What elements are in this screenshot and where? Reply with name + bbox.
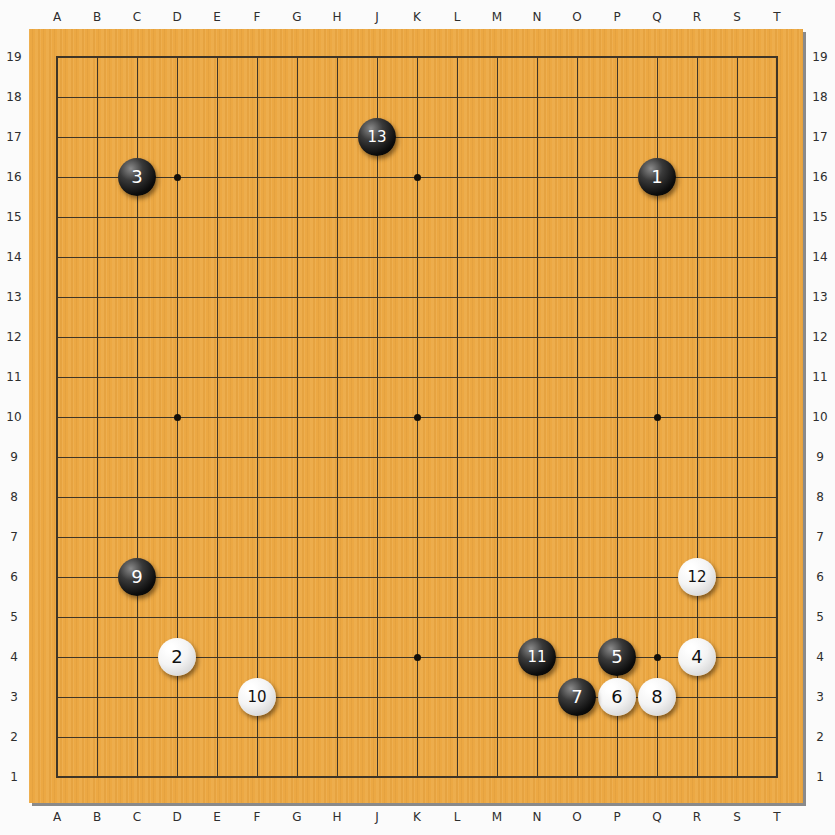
intersection-S14[interactable]: [717, 237, 757, 277]
intersection-H9[interactable]: [317, 437, 357, 477]
intersection-Q17[interactable]: [637, 117, 677, 157]
intersection-P1[interactable]: [597, 757, 637, 797]
intersection-D8[interactable]: [157, 477, 197, 517]
intersection-Q4[interactable]: [637, 637, 677, 677]
intersection-Q10[interactable]: [637, 397, 677, 437]
intersection-L18[interactable]: [437, 77, 477, 117]
intersection-G9[interactable]: [277, 437, 317, 477]
intersection-J4[interactable]: [357, 637, 397, 677]
stone-10-white-F3[interactable]: 10: [238, 678, 276, 716]
intersection-Q1[interactable]: [637, 757, 677, 797]
intersection-R14[interactable]: [677, 237, 717, 277]
intersection-P9[interactable]: [597, 437, 637, 477]
intersection-J2[interactable]: [357, 717, 397, 757]
intersection-J3[interactable]: [357, 677, 397, 717]
intersection-G18[interactable]: [277, 77, 317, 117]
intersection-A2[interactable]: [37, 717, 77, 757]
intersection-N16[interactable]: [517, 157, 557, 197]
intersection-T8[interactable]: [757, 477, 797, 517]
intersection-H13[interactable]: [317, 277, 357, 317]
intersection-R7[interactable]: [677, 517, 717, 557]
intersection-S12[interactable]: [717, 317, 757, 357]
intersection-L9[interactable]: [437, 437, 477, 477]
intersection-L15[interactable]: [437, 197, 477, 237]
intersection-S4[interactable]: [717, 637, 757, 677]
intersection-B16[interactable]: [77, 157, 117, 197]
intersection-N7[interactable]: [517, 517, 557, 557]
intersection-A7[interactable]: [37, 517, 77, 557]
intersection-D1[interactable]: [157, 757, 197, 797]
intersection-C11[interactable]: [117, 357, 157, 397]
intersection-H1[interactable]: [317, 757, 357, 797]
intersection-R16[interactable]: [677, 157, 717, 197]
intersection-L19[interactable]: [437, 37, 477, 77]
intersection-M3[interactable]: [477, 677, 517, 717]
intersection-T15[interactable]: [757, 197, 797, 237]
intersection-F18[interactable]: [237, 77, 277, 117]
intersection-G17[interactable]: [277, 117, 317, 157]
intersection-E6[interactable]: [197, 557, 237, 597]
stone-2-white-D4[interactable]: 2: [158, 638, 196, 676]
intersection-H4[interactable]: [317, 637, 357, 677]
intersection-G12[interactable]: [277, 317, 317, 357]
intersection-Q6[interactable]: [637, 557, 677, 597]
intersection-D13[interactable]: [157, 277, 197, 317]
intersection-J12[interactable]: [357, 317, 397, 357]
stone-7-black-O3[interactable]: 7: [558, 678, 596, 716]
intersection-C18[interactable]: [117, 77, 157, 117]
intersection-R12[interactable]: [677, 317, 717, 357]
intersection-N18[interactable]: [517, 77, 557, 117]
intersection-T5[interactable]: [757, 597, 797, 637]
intersection-K3[interactable]: [397, 677, 437, 717]
intersection-P12[interactable]: [597, 317, 637, 357]
intersection-D15[interactable]: [157, 197, 197, 237]
intersection-G8[interactable]: [277, 477, 317, 517]
intersection-F12[interactable]: [237, 317, 277, 357]
intersection-D17[interactable]: [157, 117, 197, 157]
intersection-K2[interactable]: [397, 717, 437, 757]
intersection-M15[interactable]: [477, 197, 517, 237]
intersection-J10[interactable]: [357, 397, 397, 437]
intersection-L7[interactable]: [437, 517, 477, 557]
intersection-Q9[interactable]: [637, 437, 677, 477]
intersection-C12[interactable]: [117, 317, 157, 357]
intersection-K16[interactable]: [397, 157, 437, 197]
intersection-D7[interactable]: [157, 517, 197, 557]
intersection-J11[interactable]: [357, 357, 397, 397]
intersection-L8[interactable]: [437, 477, 477, 517]
intersection-C7[interactable]: [117, 517, 157, 557]
intersection-K10[interactable]: [397, 397, 437, 437]
intersection-M17[interactable]: [477, 117, 517, 157]
intersection-R8[interactable]: [677, 477, 717, 517]
intersection-E14[interactable]: [197, 237, 237, 277]
intersection-K18[interactable]: [397, 77, 437, 117]
intersection-F9[interactable]: [237, 437, 277, 477]
stone-6-white-P3[interactable]: 6: [598, 678, 636, 716]
intersection-H14[interactable]: [317, 237, 357, 277]
intersection-R2[interactable]: [677, 717, 717, 757]
intersection-K8[interactable]: [397, 477, 437, 517]
intersection-Q14[interactable]: [637, 237, 677, 277]
intersection-R19[interactable]: [677, 37, 717, 77]
intersection-M14[interactable]: [477, 237, 517, 277]
intersection-K4[interactable]: [397, 637, 437, 677]
intersection-M13[interactable]: [477, 277, 517, 317]
intersection-D18[interactable]: [157, 77, 197, 117]
intersection-M16[interactable]: [477, 157, 517, 197]
intersection-K11[interactable]: [397, 357, 437, 397]
intersection-Q15[interactable]: [637, 197, 677, 237]
intersection-B12[interactable]: [77, 317, 117, 357]
intersection-Q7[interactable]: [637, 517, 677, 557]
intersection-Q5[interactable]: [637, 597, 677, 637]
intersection-M5[interactable]: [477, 597, 517, 637]
intersection-M9[interactable]: [477, 437, 517, 477]
intersection-S6[interactable]: [717, 557, 757, 597]
intersection-K7[interactable]: [397, 517, 437, 557]
intersection-P13[interactable]: [597, 277, 637, 317]
intersection-P16[interactable]: [597, 157, 637, 197]
intersection-J8[interactable]: [357, 477, 397, 517]
intersection-F10[interactable]: [237, 397, 277, 437]
intersection-E3[interactable]: [197, 677, 237, 717]
intersection-D9[interactable]: [157, 437, 197, 477]
intersection-R18[interactable]: [677, 77, 717, 117]
intersection-N5[interactable]: [517, 597, 557, 637]
intersection-M10[interactable]: [477, 397, 517, 437]
intersection-L17[interactable]: [437, 117, 477, 157]
intersection-O4[interactable]: [557, 637, 597, 677]
intersection-F6[interactable]: [237, 557, 277, 597]
intersection-J15[interactable]: [357, 197, 397, 237]
intersection-T19[interactable]: [757, 37, 797, 77]
intersection-H12[interactable]: [317, 317, 357, 357]
intersection-E10[interactable]: [197, 397, 237, 437]
intersection-O2[interactable]: [557, 717, 597, 757]
intersection-S7[interactable]: [717, 517, 757, 557]
intersection-R10[interactable]: [677, 397, 717, 437]
intersection-J7[interactable]: [357, 517, 397, 557]
intersection-O9[interactable]: [557, 437, 597, 477]
intersection-D3[interactable]: [157, 677, 197, 717]
intersection-C1[interactable]: [117, 757, 157, 797]
intersection-F16[interactable]: [237, 157, 277, 197]
intersection-F11[interactable]: [237, 357, 277, 397]
intersection-O6[interactable]: [557, 557, 597, 597]
intersection-F8[interactable]: [237, 477, 277, 517]
intersection-H2[interactable]: [317, 717, 357, 757]
intersection-G15[interactable]: [277, 197, 317, 237]
intersection-N19[interactable]: [517, 37, 557, 77]
intersection-K15[interactable]: [397, 197, 437, 237]
intersection-J6[interactable]: [357, 557, 397, 597]
intersection-C13[interactable]: [117, 277, 157, 317]
stone-13-black-J17[interactable]: 13: [358, 118, 396, 156]
intersection-J19[interactable]: [357, 37, 397, 77]
intersection-L3[interactable]: [437, 677, 477, 717]
intersection-S3[interactable]: [717, 677, 757, 717]
intersection-S16[interactable]: [717, 157, 757, 197]
intersection-L10[interactable]: [437, 397, 477, 437]
intersection-C19[interactable]: [117, 37, 157, 77]
intersection-S10[interactable]: [717, 397, 757, 437]
intersection-R15[interactable]: [677, 197, 717, 237]
stone-11-black-N4[interactable]: 11: [518, 638, 556, 676]
intersection-C2[interactable]: [117, 717, 157, 757]
intersection-P10[interactable]: [597, 397, 637, 437]
intersection-A1[interactable]: [37, 757, 77, 797]
intersection-O17[interactable]: [557, 117, 597, 157]
intersection-L13[interactable]: [437, 277, 477, 317]
intersection-E2[interactable]: [197, 717, 237, 757]
intersection-P5[interactable]: [597, 597, 637, 637]
intersection-M6[interactable]: [477, 557, 517, 597]
intersection-G5[interactable]: [277, 597, 317, 637]
intersection-M1[interactable]: [477, 757, 517, 797]
intersection-A15[interactable]: [37, 197, 77, 237]
intersection-A16[interactable]: [37, 157, 77, 197]
intersection-A11[interactable]: [37, 357, 77, 397]
intersection-D19[interactable]: [157, 37, 197, 77]
intersection-Q2[interactable]: [637, 717, 677, 757]
intersection-P18[interactable]: [597, 77, 637, 117]
intersection-B6[interactable]: [77, 557, 117, 597]
intersection-E19[interactable]: [197, 37, 237, 77]
intersection-T10[interactable]: [757, 397, 797, 437]
intersection-M2[interactable]: [477, 717, 517, 757]
intersection-C4[interactable]: [117, 637, 157, 677]
intersection-O10[interactable]: [557, 397, 597, 437]
intersection-R5[interactable]: [677, 597, 717, 637]
intersection-J18[interactable]: [357, 77, 397, 117]
intersection-P11[interactable]: [597, 357, 637, 397]
intersection-K6[interactable]: [397, 557, 437, 597]
intersection-Q18[interactable]: [637, 77, 677, 117]
intersection-N15[interactable]: [517, 197, 557, 237]
intersection-Q19[interactable]: [637, 37, 677, 77]
intersection-R17[interactable]: [677, 117, 717, 157]
intersection-E8[interactable]: [197, 477, 237, 517]
intersection-H18[interactable]: [317, 77, 357, 117]
intersection-G11[interactable]: [277, 357, 317, 397]
intersection-A5[interactable]: [37, 597, 77, 637]
intersection-H17[interactable]: [317, 117, 357, 157]
intersection-N11[interactable]: [517, 357, 557, 397]
intersection-F7[interactable]: [237, 517, 277, 557]
intersection-E16[interactable]: [197, 157, 237, 197]
intersection-S1[interactable]: [717, 757, 757, 797]
intersection-N8[interactable]: [517, 477, 557, 517]
intersection-B11[interactable]: [77, 357, 117, 397]
intersection-E18[interactable]: [197, 77, 237, 117]
intersection-S5[interactable]: [717, 597, 757, 637]
intersection-P6[interactable]: [597, 557, 637, 597]
intersection-J13[interactable]: [357, 277, 397, 317]
intersection-C5[interactable]: [117, 597, 157, 637]
intersection-C3[interactable]: [117, 677, 157, 717]
intersection-G16[interactable]: [277, 157, 317, 197]
stone-1-black-Q16[interactable]: 1: [638, 158, 676, 196]
intersection-K12[interactable]: [397, 317, 437, 357]
intersection-L16[interactable]: [437, 157, 477, 197]
intersection-C17[interactable]: [117, 117, 157, 157]
intersection-G2[interactable]: [277, 717, 317, 757]
stone-12-white-R6[interactable]: 12: [678, 558, 716, 596]
intersection-L5[interactable]: [437, 597, 477, 637]
intersection-B13[interactable]: [77, 277, 117, 317]
intersection-D2[interactable]: [157, 717, 197, 757]
intersection-D11[interactable]: [157, 357, 197, 397]
intersection-F17[interactable]: [237, 117, 277, 157]
intersection-B17[interactable]: [77, 117, 117, 157]
intersection-H3[interactable]: [317, 677, 357, 717]
intersection-A6[interactable]: [37, 557, 77, 597]
intersection-G3[interactable]: [277, 677, 317, 717]
intersection-S2[interactable]: [717, 717, 757, 757]
intersection-B8[interactable]: [77, 477, 117, 517]
intersection-T17[interactable]: [757, 117, 797, 157]
intersection-K5[interactable]: [397, 597, 437, 637]
intersection-G1[interactable]: [277, 757, 317, 797]
intersection-A9[interactable]: [37, 437, 77, 477]
intersection-B5[interactable]: [77, 597, 117, 637]
intersection-R3[interactable]: [677, 677, 717, 717]
intersection-B10[interactable]: [77, 397, 117, 437]
intersection-A14[interactable]: [37, 237, 77, 277]
intersection-P17[interactable]: [597, 117, 637, 157]
intersection-Q13[interactable]: [637, 277, 677, 317]
intersection-T3[interactable]: [757, 677, 797, 717]
intersection-A12[interactable]: [37, 317, 77, 357]
intersection-P19[interactable]: [597, 37, 637, 77]
intersection-O18[interactable]: [557, 77, 597, 117]
intersection-F15[interactable]: [237, 197, 277, 237]
intersection-H10[interactable]: [317, 397, 357, 437]
intersection-B7[interactable]: [77, 517, 117, 557]
intersection-D16[interactable]: [157, 157, 197, 197]
intersection-O15[interactable]: [557, 197, 597, 237]
intersection-C10[interactable]: [117, 397, 157, 437]
intersection-F14[interactable]: [237, 237, 277, 277]
intersection-G10[interactable]: [277, 397, 317, 437]
intersection-A18[interactable]: [37, 77, 77, 117]
intersection-M11[interactable]: [477, 357, 517, 397]
intersection-B2[interactable]: [77, 717, 117, 757]
intersection-L4[interactable]: [437, 637, 477, 677]
intersection-E15[interactable]: [197, 197, 237, 237]
intersection-M7[interactable]: [477, 517, 517, 557]
intersection-T12[interactable]: [757, 317, 797, 357]
intersection-E13[interactable]: [197, 277, 237, 317]
intersection-H19[interactable]: [317, 37, 357, 77]
intersection-T11[interactable]: [757, 357, 797, 397]
intersection-B3[interactable]: [77, 677, 117, 717]
intersection-N2[interactable]: [517, 717, 557, 757]
intersection-B4[interactable]: [77, 637, 117, 677]
intersection-L12[interactable]: [437, 317, 477, 357]
intersection-G14[interactable]: [277, 237, 317, 277]
intersection-G7[interactable]: [277, 517, 317, 557]
stone-9-black-C6[interactable]: 9: [118, 558, 156, 596]
intersection-H15[interactable]: [317, 197, 357, 237]
intersection-H8[interactable]: [317, 477, 357, 517]
intersection-S13[interactable]: [717, 277, 757, 317]
intersection-K17[interactable]: [397, 117, 437, 157]
intersection-P7[interactable]: [597, 517, 637, 557]
intersection-S8[interactable]: [717, 477, 757, 517]
intersection-T1[interactable]: [757, 757, 797, 797]
intersection-J9[interactable]: [357, 437, 397, 477]
intersection-M19[interactable]: [477, 37, 517, 77]
intersection-C15[interactable]: [117, 197, 157, 237]
intersection-S19[interactable]: [717, 37, 757, 77]
intersection-M4[interactable]: [477, 637, 517, 677]
intersection-J5[interactable]: [357, 597, 397, 637]
intersection-E5[interactable]: [197, 597, 237, 637]
intersection-T7[interactable]: [757, 517, 797, 557]
intersection-B15[interactable]: [77, 197, 117, 237]
intersection-F2[interactable]: [237, 717, 277, 757]
intersection-T4[interactable]: [757, 637, 797, 677]
intersection-C9[interactable]: [117, 437, 157, 477]
intersection-H16[interactable]: [317, 157, 357, 197]
intersection-J1[interactable]: [357, 757, 397, 797]
intersection-T6[interactable]: [757, 557, 797, 597]
intersection-N17[interactable]: [517, 117, 557, 157]
intersection-E9[interactable]: [197, 437, 237, 477]
intersection-E7[interactable]: [197, 517, 237, 557]
intersection-P15[interactable]: [597, 197, 637, 237]
intersection-G6[interactable]: [277, 557, 317, 597]
intersection-J16[interactable]: [357, 157, 397, 197]
intersection-T18[interactable]: [757, 77, 797, 117]
intersection-F19[interactable]: [237, 37, 277, 77]
intersection-L1[interactable]: [437, 757, 477, 797]
intersection-S9[interactable]: [717, 437, 757, 477]
intersection-B1[interactable]: [77, 757, 117, 797]
intersection-D14[interactable]: [157, 237, 197, 277]
intersection-F4[interactable]: [237, 637, 277, 677]
intersection-S18[interactable]: [717, 77, 757, 117]
intersection-O16[interactable]: [557, 157, 597, 197]
intersection-O14[interactable]: [557, 237, 597, 277]
intersection-N14[interactable]: [517, 237, 557, 277]
intersection-O1[interactable]: [557, 757, 597, 797]
intersection-Q8[interactable]: [637, 477, 677, 517]
intersection-T16[interactable]: [757, 157, 797, 197]
intersection-H5[interactable]: [317, 597, 357, 637]
intersection-N1[interactable]: [517, 757, 557, 797]
intersection-O5[interactable]: [557, 597, 597, 637]
intersection-Q12[interactable]: [637, 317, 677, 357]
intersection-A17[interactable]: [37, 117, 77, 157]
intersection-S15[interactable]: [717, 197, 757, 237]
intersection-K14[interactable]: [397, 237, 437, 277]
intersection-G4[interactable]: [277, 637, 317, 677]
intersection-L14[interactable]: [437, 237, 477, 277]
intersection-G13[interactable]: [277, 277, 317, 317]
intersection-D12[interactable]: [157, 317, 197, 357]
intersection-S17[interactable]: [717, 117, 757, 157]
intersection-E17[interactable]: [197, 117, 237, 157]
intersection-S11[interactable]: [717, 357, 757, 397]
intersection-F1[interactable]: [237, 757, 277, 797]
intersection-J14[interactable]: [357, 237, 397, 277]
intersection-R11[interactable]: [677, 357, 717, 397]
intersection-N3[interactable]: [517, 677, 557, 717]
